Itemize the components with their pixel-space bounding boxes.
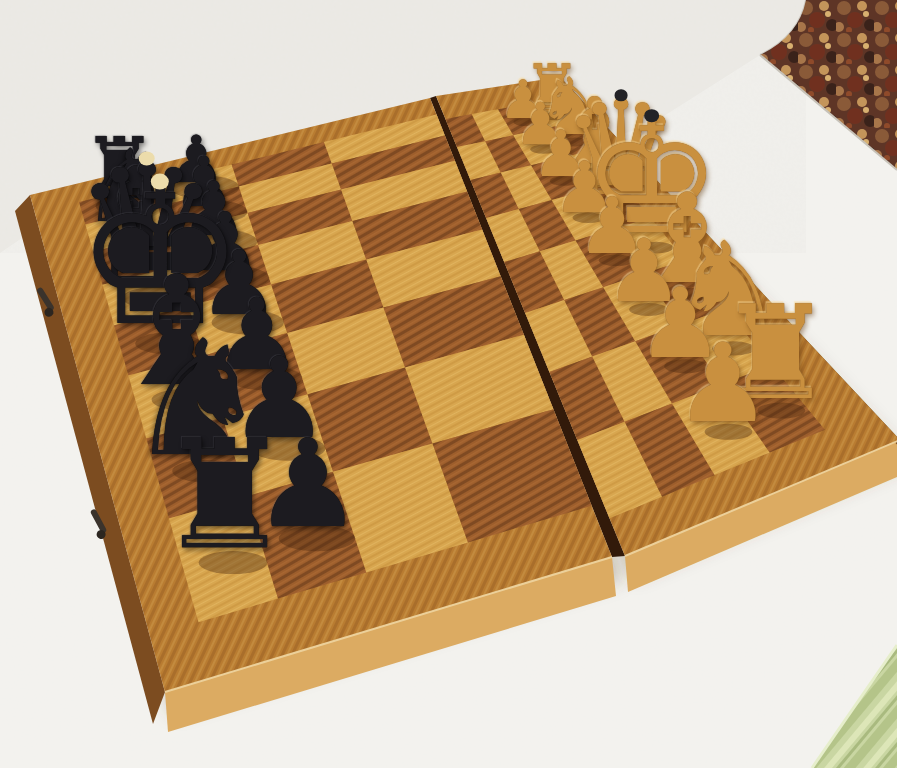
chess-photo-scene: ♜♞♝♛♚♝♞♜♟♟♟♟♟♟♟♟♟♟♟♟♟♟♟♟♜♞♝♛♚♝♞♜ bbox=[0, 0, 897, 768]
chess-board bbox=[0, 0, 897, 768]
